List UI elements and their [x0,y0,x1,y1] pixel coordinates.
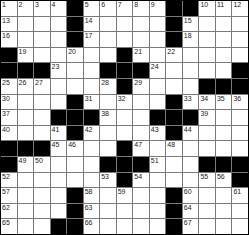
cell-r6c8 [117,79,133,94]
cell-r9c15[interactable] [232,126,248,141]
cell-r1c6[interactable]: 5 [84,1,100,16]
cell-r7c13[interactable]: 34 [199,95,215,110]
clue-number: 39 [200,110,208,118]
clue-number: 37 [2,110,10,118]
cell-r14c4[interactable] [51,204,67,219]
cell-r5c4[interactable]: 23 [51,63,67,78]
cell-r9c13[interactable] [199,126,215,141]
cell-r13c15[interactable]: 61 [232,188,248,203]
cell-r1c10[interactable]: 9 [150,1,166,16]
cell-r10c11[interactable]: 48 [166,141,182,156]
cell-r14c15[interactable] [232,204,248,219]
clue-number: 36 [233,95,241,103]
clue-number: 19 [19,48,27,56]
cell-r8c7[interactable]: 38 [100,110,116,125]
cell-r6c7[interactable]: 28 [100,79,116,94]
cell-r14c9[interactable] [133,204,149,219]
cell-r6c12[interactable] [183,79,199,94]
cell-r1c4[interactable]: 4 [51,1,67,16]
clue-number: 16 [2,32,10,40]
cell-r15c9[interactable] [133,219,149,234]
cell-r3c10[interactable] [150,32,166,47]
cell-r14c5 [67,204,83,219]
cell-r9c6[interactable]: 42 [84,126,100,141]
cell-r3c3[interactable] [34,32,50,47]
cell-r4c5[interactable]: 20 [67,48,83,63]
cell-r14c13[interactable] [199,204,215,219]
cell-r1c12 [183,1,199,16]
cell-r3c7[interactable] [100,32,116,47]
cell-r13c9[interactable] [133,188,149,203]
cell-r2c2[interactable] [18,17,34,32]
clue-number: 9 [151,1,155,9]
clue-number: 59 [118,188,126,196]
cell-r6c4[interactable] [51,79,67,94]
cell-r1c7[interactable]: 6 [100,1,116,16]
clue-number: 34 [200,95,208,103]
clue-number: 20 [68,48,76,56]
cell-r6c3[interactable]: 27 [34,79,50,94]
cell-r13c8[interactable]: 59 [117,188,133,203]
cell-r12c13[interactable]: 55 [199,173,215,188]
clue-number: 31 [85,95,93,103]
cell-r12c8 [117,173,133,188]
cell-r4c8 [117,48,133,63]
cell-r13c14[interactable] [216,188,232,203]
cell-r7c11 [166,95,182,110]
cell-r12c14[interactable]: 56 [216,173,232,188]
cell-r6c2[interactable]: 26 [18,79,34,94]
cell-r11c7 [100,157,116,172]
cell-r7c6[interactable]: 31 [84,95,100,110]
clue-number: 8 [134,1,138,9]
cell-r13c3[interactable] [34,188,50,203]
cell-r7c8[interactable]: 32 [117,95,133,110]
cell-r1c1[interactable]: 1 [1,1,17,16]
cell-r3c5 [67,32,83,47]
clue-number: 15 [184,17,192,25]
cell-r9c12[interactable]: 44 [183,126,199,141]
cell-r11c15 [232,157,248,172]
cell-r12c4[interactable] [51,173,67,188]
crossword-board: 1234567891011121314151617181920212223242… [0,0,249,235]
clue-number: 64 [184,204,192,212]
clue-number: 43 [151,126,159,134]
cell-r13c13[interactable] [199,188,215,203]
cell-r12c5[interactable] [67,173,83,188]
cell-r5c13[interactable] [199,63,215,78]
cell-r13c4[interactable] [51,188,67,203]
cell-r13c1[interactable]: 57 [1,188,17,203]
cell-r11c14 [216,157,232,172]
clue-number: 6 [101,1,105,9]
cell-r15c15[interactable] [232,219,248,234]
cell-r2c11 [166,17,182,32]
clue-number: 23 [52,63,60,71]
cell-r7c15[interactable]: 36 [232,95,248,110]
cell-r12c15 [232,173,248,188]
clue-number: 47 [134,141,142,149]
cell-r11c8 [117,157,133,172]
cell-r3c15[interactable] [232,32,248,47]
clue-number: 45 [52,141,60,149]
cell-r8c15[interactable] [232,110,248,125]
cell-r5c12[interactable] [183,63,199,78]
clue-number: 21 [134,48,142,56]
cell-r10c13[interactable] [199,141,215,156]
cell-r15c4 [51,219,67,234]
cell-r9c11 [166,126,182,141]
clue-number: 1 [2,1,6,9]
clue-number: 4 [52,1,56,9]
cell-r8c12 [183,110,199,125]
clue-number: 40 [2,126,10,134]
cell-r2c15[interactable] [232,17,248,32]
cell-r1c9[interactable]: 8 [133,1,149,16]
clue-number: 5 [85,1,89,9]
cell-r2c10[interactable] [150,17,166,32]
cell-r6c10[interactable] [150,79,166,94]
clue-number: 10 [200,1,208,9]
cell-r9c4[interactable]: 41 [51,126,67,141]
clue-number: 52 [2,173,10,181]
cell-r11c2[interactable]: 49 [18,157,34,172]
cell-r10c5[interactable]: 46 [67,141,83,156]
cell-r12c10[interactable] [150,173,166,188]
cell-r1c13[interactable]: 10 [199,1,215,16]
cell-r5c8 [117,63,133,78]
cell-r4c14[interactable] [216,48,232,63]
clue-number: 32 [118,95,126,103]
cell-r1c5 [67,1,83,16]
clue-number: 2 [19,1,23,9]
cell-r6c9[interactable]: 29 [133,79,149,94]
cell-r4c13[interactable] [199,48,215,63]
clue-number: 30 [2,95,10,103]
cell-r13c12[interactable]: 60 [183,188,199,203]
cell-r2c4[interactable] [51,17,67,32]
cell-r12c2[interactable] [18,173,34,188]
cell-r13c10[interactable] [150,188,166,203]
clue-number: 17 [85,32,93,40]
clue-number: 51 [151,157,159,165]
cell-r3c12[interactable]: 18 [183,32,199,47]
clue-number: 57 [2,188,10,196]
clue-number: 62 [2,204,10,212]
cell-r15c13[interactable] [199,219,215,234]
cell-r7c5 [67,95,83,110]
clue-number: 14 [85,17,93,25]
cell-r4c4[interactable] [51,48,67,63]
cell-r14c8[interactable] [117,204,133,219]
cell-r4c11[interactable]: 22 [166,48,182,63]
cell-r15c14[interactable] [216,219,232,234]
cell-r13c7[interactable] [100,188,116,203]
cell-r12c11[interactable] [166,173,182,188]
cell-r11c11[interactable] [166,157,182,172]
cell-r10c3 [34,141,50,156]
cell-r6c1[interactable]: 25 [1,79,17,94]
cell-r12c7[interactable]: 53 [100,173,116,188]
cell-r10c12[interactable] [183,141,199,156]
cell-r11c5[interactable] [67,157,83,172]
cell-r14c6[interactable]: 63 [84,204,100,219]
cell-r10c7[interactable] [100,141,116,156]
cell-r6c5[interactable] [67,79,83,94]
cell-r7c2[interactable] [18,95,34,110]
cell-r6c15 [232,79,248,94]
cell-r4c6[interactable] [84,48,100,63]
clue-number: 53 [101,173,109,181]
clue-number: 55 [200,173,208,181]
cell-r5c15 [232,63,248,78]
cell-r10c9[interactable]: 47 [133,141,149,156]
cell-r3c8[interactable] [117,32,133,47]
cell-r14c7[interactable] [100,204,116,219]
cell-r13c11 [166,188,182,203]
cell-r11c10[interactable]: 51 [150,157,166,172]
cell-r1c14[interactable]: 11 [216,1,232,16]
cell-r15c2[interactable] [18,219,34,234]
cell-r2c1[interactable]: 13 [1,17,17,32]
clue-number: 27 [35,79,43,87]
clue-number: 3 [35,1,39,9]
clue-number: 65 [2,219,10,227]
cell-r14c1[interactable]: 62 [1,204,17,219]
cell-r2c13[interactable] [199,17,215,32]
cell-r10c6[interactable] [84,141,100,156]
cell-r12c3[interactable] [34,173,50,188]
clue-number: 46 [68,141,76,149]
cell-r9c1[interactable]: 40 [1,126,17,141]
cell-r5c2 [18,63,34,78]
cell-r3c1[interactable]: 16 [1,32,17,47]
cell-r3c2[interactable] [18,32,34,47]
cell-r14c3[interactable] [34,204,50,219]
clue-number: 56 [217,173,225,181]
cell-r2c7[interactable] [100,17,116,32]
cell-r10c8 [117,141,133,156]
clue-number: 50 [35,157,43,165]
clue-number: 48 [167,141,175,149]
cell-r10c4[interactable]: 45 [51,141,67,156]
cell-r13c6[interactable]: 58 [84,188,100,203]
cell-r7c1[interactable]: 30 [1,95,17,110]
clue-number: 58 [85,188,93,196]
cell-r15c5 [67,219,83,234]
cell-r4c2[interactable]: 19 [18,48,34,63]
cell-r8c14[interactable] [216,110,232,125]
cell-r1c11 [166,1,182,16]
cell-r7c3[interactable] [34,95,50,110]
cell-r5c10[interactable]: 24 [150,63,166,78]
cell-r10c14[interactable] [216,141,232,156]
cell-r14c14[interactable] [216,204,232,219]
cell-r4c3[interactable] [34,48,50,63]
cell-r8c13[interactable]: 39 [199,110,215,125]
clue-number: 28 [101,79,109,87]
cell-r2c14[interactable] [216,17,232,32]
cell-r9c9[interactable] [133,126,149,141]
cell-r13c5 [67,188,83,203]
cell-r9c14[interactable] [216,126,232,141]
cell-r5c14[interactable] [216,63,232,78]
cell-r5c3 [34,63,50,78]
clue-number: 7 [118,1,122,9]
cell-r2c8[interactable] [117,17,133,32]
cell-r12c6[interactable] [84,173,100,188]
cell-r5c11[interactable] [166,63,182,78]
cell-r8c2[interactable] [18,110,34,125]
cell-r3c4[interactable] [51,32,67,47]
cell-r11c6[interactable] [84,157,100,172]
cell-r5c9 [133,63,149,78]
cell-r2c6[interactable]: 14 [84,17,100,32]
cell-r4c7[interactable] [100,48,116,63]
cell-r9c5 [67,126,83,141]
cell-r4c9[interactable]: 21 [133,48,149,63]
cell-r3c11 [166,32,182,47]
cell-r1c3[interactable]: 3 [34,1,50,16]
cell-r11c9 [133,157,149,172]
cell-r11c1 [1,157,17,172]
clue-number: 11 [217,1,224,9]
cell-r11c3[interactable]: 50 [34,157,50,172]
cell-r6c6[interactable] [84,79,100,94]
cell-r12c9[interactable]: 54 [133,173,149,188]
cell-r7c14[interactable]: 35 [216,95,232,110]
cell-r15c7[interactable] [100,219,116,234]
cell-r8c9[interactable] [133,110,149,125]
cell-r9c10[interactable]: 43 [150,126,166,141]
cell-r9c7[interactable] [100,126,116,141]
clue-number: 49 [19,157,27,165]
clue-number: 25 [2,79,10,87]
clue-number: 12 [233,1,241,9]
clue-number: 42 [85,126,93,134]
clue-number: 22 [167,48,175,56]
cell-r1c2[interactable]: 2 [18,1,34,16]
clue-number: 35 [217,95,225,103]
clue-number: 60 [184,188,192,196]
cell-r5c5[interactable] [67,63,83,78]
cell-r4c12[interactable] [183,48,199,63]
cell-r10c15[interactable] [232,141,248,156]
cell-r3c6[interactable]: 17 [84,32,100,47]
clue-number: 29 [134,79,142,87]
clue-number: 66 [85,219,93,227]
clue-number: 41 [52,126,60,134]
cell-r15c12[interactable]: 67 [183,219,199,234]
clue-number: 54 [134,173,142,181]
cell-r9c3[interactable] [34,126,50,141]
cell-r4c10[interactable] [150,48,166,63]
cell-r11c12[interactable] [183,157,199,172]
cell-r6c11[interactable] [166,79,182,94]
cell-r2c3[interactable] [34,17,50,32]
clue-number: 44 [184,126,192,134]
cell-r8c3[interactable] [34,110,50,125]
clue-number: 63 [85,204,93,212]
cell-r7c9[interactable] [133,95,149,110]
cell-r14c11 [166,204,182,219]
cell-r1c15[interactable]: 12 [232,1,248,16]
cell-r14c2[interactable] [18,204,34,219]
clue-number: 67 [184,219,192,227]
clue-number: 24 [151,63,159,71]
cell-r6c14 [216,79,232,94]
cell-r15c10[interactable] [150,219,166,234]
cell-r9c8[interactable] [117,126,133,141]
cell-r2c9[interactable] [133,17,149,32]
cell-r8c6 [84,110,100,125]
cell-r14c12[interactable]: 64 [183,204,199,219]
cell-r7c12[interactable]: 33 [183,95,199,110]
cell-r3c13[interactable] [199,32,215,47]
cell-r8c11 [166,110,182,125]
cell-r1c8[interactable]: 7 [117,1,133,16]
cell-r11c13 [199,157,215,172]
clue-number: 18 [184,32,192,40]
cell-r15c11 [166,219,182,234]
cell-r12c1[interactable]: 52 [1,173,17,188]
cell-r2c12[interactable]: 15 [183,17,199,32]
cell-r3c14[interactable] [216,32,232,47]
clue-number: 61 [233,188,241,196]
cell-r8c4 [51,110,67,125]
cell-r10c2 [18,141,34,156]
cell-r15c3[interactable] [34,219,50,234]
cell-r15c6[interactable]: 66 [84,219,100,234]
cell-r11c4[interactable] [51,157,67,172]
cell-r7c7[interactable] [100,95,116,110]
cell-r2c5 [67,17,83,32]
cell-r15c8[interactable] [117,219,133,234]
cell-r10c10[interactable] [150,141,166,156]
cell-r15c1[interactable]: 65 [1,219,17,234]
clue-number: 38 [101,110,109,118]
cell-r14c10[interactable] [150,204,166,219]
clue-number: 13 [2,17,10,25]
clue-number: 33 [184,95,192,103]
cell-r6c13 [199,79,215,94]
cell-r12c12[interactable] [183,173,199,188]
cell-r8c8[interactable] [117,110,133,125]
clue-number: 26 [19,79,27,87]
cell-r5c6[interactable] [84,63,100,78]
cell-r7c4[interactable] [51,95,67,110]
cell-r5c7 [100,63,116,78]
cell-r3c9[interactable] [133,32,149,47]
cell-r10c1 [1,141,17,156]
cell-r4c15[interactable] [232,48,248,63]
cell-r5c1 [1,63,17,78]
cell-r13c2[interactable] [18,188,34,203]
cell-r7c10[interactable] [150,95,166,110]
cell-r8c5 [67,110,83,125]
cell-r9c2[interactable] [18,126,34,141]
cell-r8c10 [150,110,166,125]
cell-r4c1 [1,48,17,63]
cell-r8c1[interactable]: 37 [1,110,17,125]
